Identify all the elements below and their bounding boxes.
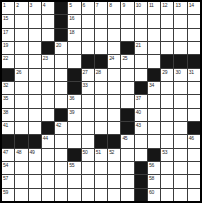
white-square[interactable] bbox=[161, 175, 173, 187]
white-square[interactable]: 9 bbox=[121, 2, 133, 14]
clue-number: 37 bbox=[136, 95, 141, 101]
white-square[interactable] bbox=[161, 82, 173, 94]
white-square[interactable] bbox=[68, 42, 80, 54]
clue-number: 48 bbox=[16, 149, 21, 155]
white-square[interactable] bbox=[29, 175, 41, 187]
white-square[interactable] bbox=[42, 69, 54, 81]
white-square[interactable] bbox=[68, 175, 80, 187]
white-square[interactable] bbox=[108, 29, 120, 41]
white-square[interactable] bbox=[55, 95, 67, 107]
clue-number: 7 bbox=[96, 2, 98, 8]
clue-number: 33 bbox=[83, 82, 88, 88]
white-square[interactable] bbox=[161, 42, 173, 54]
white-square[interactable]: 3 bbox=[29, 2, 41, 14]
white-square[interactable] bbox=[161, 95, 173, 107]
white-square[interactable] bbox=[161, 122, 173, 134]
white-square[interactable] bbox=[121, 162, 133, 174]
white-square[interactable] bbox=[82, 175, 94, 187]
white-square[interactable] bbox=[161, 135, 173, 147]
white-square[interactable] bbox=[108, 69, 120, 81]
white-square[interactable] bbox=[161, 29, 173, 41]
white-square[interactable] bbox=[174, 95, 186, 107]
white-square[interactable] bbox=[174, 29, 186, 41]
crossword-grid: 1234567891011121314151617181920212223242… bbox=[0, 0, 202, 203]
clue-number: 53 bbox=[162, 149, 167, 155]
white-square[interactable] bbox=[188, 109, 200, 121]
white-square[interactable] bbox=[15, 29, 27, 41]
black-square bbox=[95, 55, 107, 67]
black-square bbox=[148, 149, 160, 161]
white-square[interactable] bbox=[29, 162, 41, 174]
black-square bbox=[2, 69, 14, 81]
white-square[interactable]: 34 bbox=[148, 82, 160, 94]
white-square[interactable] bbox=[148, 95, 160, 107]
white-square[interactable] bbox=[135, 55, 147, 67]
white-square[interactable] bbox=[135, 149, 147, 161]
white-square[interactable]: 41 bbox=[2, 122, 14, 134]
white-square[interactable] bbox=[15, 55, 27, 67]
clue-number: 28 bbox=[96, 69, 101, 75]
white-square[interactable]: 23 bbox=[42, 55, 54, 67]
white-square[interactable] bbox=[148, 15, 160, 27]
white-square[interactable] bbox=[174, 175, 186, 187]
white-square[interactable] bbox=[95, 15, 107, 27]
white-square[interactable] bbox=[121, 95, 133, 107]
clue-number: 59 bbox=[3, 189, 8, 195]
black-square bbox=[148, 69, 160, 81]
clue-number: 47 bbox=[3, 149, 8, 155]
white-square[interactable] bbox=[42, 29, 54, 41]
white-square[interactable] bbox=[82, 15, 94, 27]
white-square[interactable]: 39 bbox=[68, 109, 80, 121]
clue-number: 43 bbox=[136, 122, 141, 128]
clue-number: 45 bbox=[122, 135, 127, 141]
clue-number: 27 bbox=[83, 69, 88, 75]
clue-number: 6 bbox=[83, 2, 85, 8]
clue-number: 52 bbox=[109, 149, 114, 155]
clue-number: 18 bbox=[69, 29, 74, 35]
white-square[interactable] bbox=[108, 42, 120, 54]
white-square[interactable] bbox=[95, 122, 107, 134]
white-square[interactable] bbox=[95, 95, 107, 107]
white-square[interactable] bbox=[121, 29, 133, 41]
clue-number: 46 bbox=[189, 135, 194, 141]
white-square[interactable]: 36 bbox=[68, 95, 80, 107]
clue-number: 38 bbox=[3, 109, 8, 115]
white-square[interactable] bbox=[95, 42, 107, 54]
white-square[interactable] bbox=[55, 162, 67, 174]
white-square[interactable] bbox=[148, 42, 160, 54]
black-square bbox=[121, 42, 133, 54]
white-square[interactable] bbox=[15, 82, 27, 94]
white-square[interactable]: 6 bbox=[82, 2, 94, 14]
white-square[interactable]: 21 bbox=[135, 42, 147, 54]
white-square[interactable] bbox=[108, 122, 120, 134]
white-square[interactable] bbox=[188, 82, 200, 94]
white-square[interactable]: 47 bbox=[2, 149, 14, 161]
white-square[interactable]: 43 bbox=[135, 122, 147, 134]
white-square[interactable] bbox=[29, 122, 41, 134]
white-square[interactable]: 44 bbox=[42, 135, 54, 147]
white-square[interactable] bbox=[82, 122, 94, 134]
black-square bbox=[108, 135, 120, 147]
white-square[interactable] bbox=[95, 175, 107, 187]
white-square[interactable]: 15 bbox=[2, 15, 14, 27]
white-square[interactable] bbox=[15, 42, 27, 54]
white-square[interactable] bbox=[121, 82, 133, 94]
white-square[interactable]: 40 bbox=[135, 109, 147, 121]
white-square[interactable]: 38 bbox=[2, 109, 14, 121]
white-square[interactable] bbox=[174, 42, 186, 54]
white-square[interactable] bbox=[29, 82, 41, 94]
black-square bbox=[42, 122, 54, 134]
white-square[interactable] bbox=[95, 109, 107, 121]
white-square[interactable] bbox=[121, 15, 133, 27]
white-square[interactable] bbox=[42, 162, 54, 174]
white-square[interactable]: 13 bbox=[174, 2, 186, 14]
clue-number: 51 bbox=[96, 149, 101, 155]
white-square[interactable] bbox=[108, 162, 120, 174]
white-square[interactable] bbox=[188, 29, 200, 41]
white-square[interactable]: 12 bbox=[161, 2, 173, 14]
white-square[interactable]: 25 bbox=[121, 55, 133, 67]
white-square[interactable] bbox=[188, 149, 200, 161]
white-square[interactable]: 16 bbox=[68, 15, 80, 27]
white-square[interactable] bbox=[68, 189, 80, 201]
black-square bbox=[174, 55, 186, 67]
white-square[interactable] bbox=[174, 82, 186, 94]
white-square[interactable]: 29 bbox=[161, 69, 173, 81]
white-square[interactable] bbox=[161, 15, 173, 27]
white-square[interactable] bbox=[29, 15, 41, 27]
white-square[interactable]: 18 bbox=[68, 29, 80, 41]
clue-number: 41 bbox=[3, 122, 8, 128]
white-square[interactable] bbox=[121, 175, 133, 187]
clue-number: 34 bbox=[149, 82, 154, 88]
clue-number: 22 bbox=[3, 55, 8, 61]
white-square[interactable]: 28 bbox=[95, 69, 107, 81]
white-square[interactable] bbox=[15, 122, 27, 134]
black-square bbox=[55, 29, 67, 41]
black-square bbox=[135, 175, 147, 187]
white-square[interactable] bbox=[15, 15, 27, 27]
clue-number: 15 bbox=[3, 15, 8, 21]
white-square[interactable]: 5 bbox=[68, 2, 80, 14]
clue-number: 5 bbox=[69, 2, 71, 8]
white-square[interactable]: 24 bbox=[108, 55, 120, 67]
clue-number: 3 bbox=[30, 2, 32, 8]
white-square[interactable] bbox=[29, 29, 41, 41]
black-square bbox=[55, 15, 67, 27]
white-square[interactable] bbox=[95, 29, 107, 41]
clue-number: 4 bbox=[43, 2, 45, 8]
white-square[interactable] bbox=[188, 162, 200, 174]
white-square[interactable] bbox=[15, 189, 27, 201]
white-square[interactable] bbox=[29, 109, 41, 121]
white-square[interactable] bbox=[174, 135, 186, 147]
white-square[interactable] bbox=[55, 135, 67, 147]
white-square[interactable] bbox=[174, 149, 186, 161]
white-square[interactable]: 26 bbox=[15, 69, 27, 81]
clue-number: 13 bbox=[175, 2, 180, 8]
black-square bbox=[161, 55, 173, 67]
white-square[interactable]: 8 bbox=[108, 2, 120, 14]
black-square bbox=[82, 55, 94, 67]
clue-number: 31 bbox=[189, 69, 194, 75]
white-square[interactable] bbox=[95, 189, 107, 201]
white-square[interactable]: 2 bbox=[15, 2, 27, 14]
clue-number: 23 bbox=[43, 55, 48, 61]
white-square[interactable] bbox=[15, 109, 27, 121]
clue-number: 26 bbox=[16, 69, 21, 75]
clue-number: 36 bbox=[69, 95, 74, 101]
white-square[interactable]: 46 bbox=[188, 135, 200, 147]
white-square[interactable] bbox=[82, 189, 94, 201]
white-square[interactable]: 56 bbox=[148, 162, 160, 174]
clue-number: 1 bbox=[3, 2, 5, 8]
white-square[interactable] bbox=[42, 15, 54, 27]
white-square[interactable]: 22 bbox=[2, 55, 14, 67]
white-square[interactable] bbox=[55, 175, 67, 187]
white-square[interactable] bbox=[174, 15, 186, 27]
clue-number: 32 bbox=[3, 82, 8, 88]
white-square[interactable] bbox=[121, 69, 133, 81]
white-square[interactable] bbox=[108, 95, 120, 107]
white-square[interactable] bbox=[174, 122, 186, 134]
black-square bbox=[68, 69, 80, 81]
white-square[interactable] bbox=[42, 189, 54, 201]
white-square[interactable]: 55 bbox=[68, 162, 80, 174]
white-square[interactable]: 49 bbox=[29, 149, 41, 161]
white-square[interactable] bbox=[68, 135, 80, 147]
clue-number: 10 bbox=[136, 2, 141, 8]
clue-number: 50 bbox=[83, 149, 88, 155]
black-square bbox=[135, 162, 147, 174]
white-square[interactable] bbox=[68, 55, 80, 67]
clue-number: 29 bbox=[162, 69, 167, 75]
white-square[interactable] bbox=[148, 122, 160, 134]
white-square[interactable] bbox=[188, 95, 200, 107]
black-square bbox=[15, 135, 27, 147]
white-square[interactable] bbox=[135, 29, 147, 41]
white-square[interactable] bbox=[161, 189, 173, 201]
white-square[interactable] bbox=[42, 175, 54, 187]
white-square[interactable]: 7 bbox=[95, 2, 107, 14]
clue-number: 58 bbox=[149, 175, 154, 181]
clue-number: 25 bbox=[122, 55, 127, 61]
white-square[interactable] bbox=[148, 29, 160, 41]
black-square bbox=[135, 82, 147, 94]
white-square[interactable]: 27 bbox=[82, 69, 94, 81]
white-square[interactable] bbox=[108, 175, 120, 187]
white-square[interactable] bbox=[29, 95, 41, 107]
white-square[interactable] bbox=[174, 189, 186, 201]
white-square[interactable] bbox=[29, 55, 41, 67]
clue-number: 60 bbox=[149, 189, 154, 195]
white-square[interactable] bbox=[188, 15, 200, 27]
white-square[interactable] bbox=[148, 55, 160, 67]
white-square[interactable] bbox=[55, 149, 67, 161]
white-square[interactable] bbox=[15, 95, 27, 107]
white-square[interactable] bbox=[55, 55, 67, 67]
white-square[interactable] bbox=[108, 109, 120, 121]
clue-number: 56 bbox=[149, 162, 154, 168]
black-square bbox=[135, 189, 147, 201]
white-square[interactable] bbox=[82, 95, 94, 107]
black-square bbox=[121, 109, 133, 121]
white-square[interactable]: 52 bbox=[108, 149, 120, 161]
white-square[interactable] bbox=[121, 149, 133, 161]
clue-number: 54 bbox=[3, 162, 8, 168]
white-square[interactable] bbox=[95, 162, 107, 174]
white-square[interactable]: 4 bbox=[42, 2, 54, 14]
white-square[interactable] bbox=[82, 109, 94, 121]
white-square[interactable]: 53 bbox=[161, 149, 173, 161]
clue-number: 20 bbox=[56, 42, 61, 48]
clue-number: 49 bbox=[30, 149, 35, 155]
black-square bbox=[68, 82, 80, 94]
white-square[interactable] bbox=[55, 69, 67, 81]
white-square[interactable] bbox=[188, 175, 200, 187]
white-square[interactable] bbox=[82, 135, 94, 147]
white-square[interactable] bbox=[95, 82, 107, 94]
clue-number: 55 bbox=[69, 162, 74, 168]
clue-number: 17 bbox=[3, 29, 8, 35]
white-square[interactable]: 11 bbox=[148, 2, 160, 14]
clue-number: 21 bbox=[136, 42, 141, 48]
white-square[interactable] bbox=[55, 189, 67, 201]
white-square[interactable]: 35 bbox=[2, 95, 14, 107]
white-square[interactable]: 20 bbox=[55, 42, 67, 54]
white-square[interactable] bbox=[121, 189, 133, 201]
white-square[interactable] bbox=[108, 189, 120, 201]
white-square[interactable] bbox=[135, 15, 147, 27]
white-square[interactable]: 10 bbox=[135, 2, 147, 14]
clue-number: 11 bbox=[149, 2, 154, 8]
clue-number: 39 bbox=[69, 109, 74, 115]
clue-number: 24 bbox=[109, 55, 114, 61]
clue-number: 40 bbox=[136, 109, 141, 115]
white-square[interactable] bbox=[15, 162, 27, 174]
white-square[interactable] bbox=[148, 135, 160, 147]
white-square[interactable] bbox=[42, 109, 54, 121]
white-square[interactable]: 58 bbox=[148, 175, 160, 187]
white-square[interactable] bbox=[55, 82, 67, 94]
clue-number: 9 bbox=[122, 2, 124, 8]
black-square bbox=[68, 149, 80, 161]
white-square[interactable]: 54 bbox=[2, 162, 14, 174]
black-square bbox=[29, 135, 41, 147]
clue-number: 44 bbox=[43, 135, 48, 141]
clue-number: 19 bbox=[3, 42, 8, 48]
white-square[interactable]: 31 bbox=[188, 69, 200, 81]
white-square[interactable] bbox=[42, 82, 54, 94]
white-square[interactable] bbox=[174, 162, 186, 174]
clue-number: 42 bbox=[56, 122, 61, 128]
white-square[interactable] bbox=[15, 175, 27, 187]
clue-number: 8 bbox=[109, 2, 111, 8]
black-square bbox=[42, 42, 54, 54]
white-square[interactable]: 30 bbox=[174, 69, 186, 81]
white-square[interactable] bbox=[29, 69, 41, 81]
clue-number: 30 bbox=[175, 69, 180, 75]
clue-number: 35 bbox=[3, 95, 8, 101]
white-square[interactable] bbox=[135, 69, 147, 81]
white-square[interactable] bbox=[135, 135, 147, 147]
white-square[interactable] bbox=[188, 189, 200, 201]
black-square bbox=[95, 135, 107, 147]
white-square[interactable]: 1 bbox=[2, 2, 14, 14]
white-square[interactable] bbox=[68, 122, 80, 134]
clue-number: 16 bbox=[69, 15, 74, 21]
clue-number: 14 bbox=[189, 2, 194, 8]
white-square[interactable] bbox=[82, 42, 94, 54]
clue-number: 2 bbox=[16, 2, 18, 8]
white-square[interactable]: 19 bbox=[2, 42, 14, 54]
white-square[interactable] bbox=[188, 42, 200, 54]
white-square[interactable]: 32 bbox=[2, 82, 14, 94]
white-square[interactable]: 48 bbox=[15, 149, 27, 161]
black-square bbox=[2, 135, 14, 147]
white-square[interactable]: 59 bbox=[2, 189, 14, 201]
white-square[interactable] bbox=[82, 162, 94, 174]
white-square[interactable] bbox=[29, 189, 41, 201]
white-square[interactable] bbox=[42, 149, 54, 161]
white-square[interactable]: 51 bbox=[95, 149, 107, 161]
white-square[interactable] bbox=[161, 162, 173, 174]
white-square[interactable]: 33 bbox=[82, 82, 94, 94]
white-square[interactable]: 14 bbox=[188, 2, 200, 14]
white-square[interactable]: 42 bbox=[55, 122, 67, 134]
white-square[interactable]: 50 bbox=[82, 149, 94, 161]
white-square[interactable] bbox=[161, 109, 173, 121]
black-square bbox=[188, 55, 200, 67]
clue-number: 57 bbox=[3, 175, 8, 181]
black-square bbox=[55, 109, 67, 121]
white-square[interactable] bbox=[29, 42, 41, 54]
white-square[interactable] bbox=[174, 109, 186, 121]
white-square[interactable]: 37 bbox=[135, 95, 147, 107]
black-square bbox=[55, 2, 67, 14]
white-square[interactable]: 57 bbox=[2, 175, 14, 187]
white-square[interactable] bbox=[82, 29, 94, 41]
white-square[interactable] bbox=[148, 109, 160, 121]
black-square bbox=[188, 122, 200, 134]
white-square[interactable] bbox=[108, 82, 120, 94]
white-square[interactable] bbox=[42, 95, 54, 107]
white-square[interactable]: 60 bbox=[148, 189, 160, 201]
clue-number: 12 bbox=[162, 2, 167, 8]
black-square bbox=[121, 122, 133, 134]
white-square[interactable]: 45 bbox=[121, 135, 133, 147]
white-square[interactable] bbox=[108, 15, 120, 27]
white-square[interactable]: 17 bbox=[2, 29, 14, 41]
